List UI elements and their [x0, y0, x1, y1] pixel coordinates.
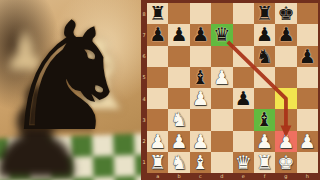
square-h3: [297, 109, 318, 130]
square-e3: [233, 109, 254, 130]
square-e4: ♟: [233, 88, 254, 109]
square-h4: [297, 88, 318, 109]
piece-wK-g1: ♚: [277, 153, 294, 172]
square-h6: ♟: [297, 46, 318, 67]
file-label-c: c: [190, 173, 211, 180]
video-thumbnail: ♟ ♝ ♟ ♞ ♜♜♚♟♟♟♛♟♟♞♟♝♟♟♟♞♝♟♟♟♟♟♟♜♞♝♛♜♚ 87…: [0, 0, 320, 180]
square-a5: [147, 67, 168, 88]
piece-bP-g7: ♟: [277, 25, 294, 44]
square-h8: [297, 3, 318, 24]
square-f1: ♜: [254, 152, 275, 173]
square-d2: [211, 131, 232, 152]
square-d8: [211, 3, 232, 24]
square-g3: [275, 109, 296, 130]
square-g6: [275, 46, 296, 67]
square-a6: [147, 46, 168, 67]
square-a7: ♟: [147, 24, 168, 45]
square-a1: ♜: [147, 152, 168, 173]
square-b5: [168, 67, 189, 88]
square-e2: [233, 131, 254, 152]
rank-label-1: 1: [141, 159, 147, 165]
piece-bP-c7: ♟: [192, 25, 209, 44]
file-label-g: g: [275, 173, 296, 180]
square-f3: ♝: [254, 109, 275, 130]
piece-bK-g8: ♚: [277, 4, 294, 23]
square-h2: ♟: [297, 131, 318, 152]
square-d1: [211, 152, 232, 173]
square-a4: [147, 88, 168, 109]
square-b4: [168, 88, 189, 109]
piece-wN-b3: ♞: [171, 110, 188, 129]
piece-wN-b1: ♞: [171, 153, 188, 172]
piece-bR-a8: ♜: [149, 4, 166, 23]
square-c5: ♝: [190, 67, 211, 88]
piece-wP-g2: ♟: [277, 132, 294, 151]
piece-wP-a2: ♟: [149, 132, 166, 151]
square-f7: ♟: [254, 24, 275, 45]
square-d3: [211, 109, 232, 130]
piece-wB-c1: ♝: [192, 153, 209, 172]
square-b1: ♞: [168, 152, 189, 173]
square-b8: [168, 3, 189, 24]
square-a3: [147, 109, 168, 130]
square-e6: [233, 46, 254, 67]
piece-wP-h2: ♟: [299, 132, 316, 151]
piece-bP-h6: ♟: [299, 47, 316, 66]
rank-label-8: 8: [141, 11, 147, 17]
square-e8: [233, 3, 254, 24]
square-c3: [190, 109, 211, 130]
piece-bP-a7: ♟: [149, 25, 166, 44]
piece-bB-f3: ♝: [256, 110, 273, 129]
file-label-d: d: [211, 173, 232, 180]
square-a8: ♜: [147, 3, 168, 24]
square-h1: [297, 152, 318, 173]
square-h5: [297, 67, 318, 88]
piece-wP-d5: ♟: [213, 68, 230, 87]
rank-label-2: 2: [141, 138, 147, 144]
piece-wP-b2: ♟: [171, 132, 188, 151]
square-f8: ♜: [254, 3, 275, 24]
square-g2: ♟: [275, 131, 296, 152]
piece-bP-e4: ♟: [235, 89, 252, 108]
board-grid: ♜♜♚♟♟♟♛♟♟♞♟♝♟♟♟♞♝♟♟♟♟♟♟♜♞♝♛♜♚: [147, 3, 318, 173]
square-c2: ♟: [190, 131, 211, 152]
rank-label-5: 5: [141, 74, 147, 80]
rank-label-7: 7: [141, 32, 147, 38]
piece-bB-c5: ♝: [192, 68, 209, 87]
square-f4: [254, 88, 275, 109]
square-g5: [275, 67, 296, 88]
rank-label-4: 4: [141, 96, 147, 102]
file-label-b: b: [168, 173, 189, 180]
square-f6: ♞: [254, 46, 275, 67]
square-f5: [254, 67, 275, 88]
file-labels: abcdefgh: [147, 173, 318, 180]
square-c6: [190, 46, 211, 67]
piece-bQ-d7: ♛: [213, 25, 230, 44]
square-b3: ♞: [168, 109, 189, 130]
square-a2: ♟: [147, 131, 168, 152]
rank-label-6: 6: [141, 53, 147, 59]
piece-bP-b7: ♟: [171, 25, 188, 44]
file-label-a: a: [147, 173, 168, 180]
piece-bP-f7: ♟: [256, 25, 273, 44]
square-f2: ♟: [254, 131, 275, 152]
piece-wR-a1: ♜: [149, 153, 166, 172]
square-g4: [275, 88, 296, 109]
square-b6: [168, 46, 189, 67]
square-c7: ♟: [190, 24, 211, 45]
file-label-e: e: [233, 173, 254, 180]
square-e7: [233, 24, 254, 45]
photo-left: ♟ ♝ ♟ ♞: [0, 0, 141, 180]
file-label-h: h: [297, 173, 318, 180]
file-label-f: f: [254, 173, 275, 180]
piece-wQ-e1: ♛: [235, 153, 252, 172]
square-e1: ♛: [233, 152, 254, 173]
square-g7: ♟: [275, 24, 296, 45]
piece-wP-c4: ♟: [192, 89, 209, 108]
square-d7: ♛: [211, 24, 232, 45]
piece-bR-f8: ♜: [256, 4, 273, 23]
black-knight-photo-icon: ♞: [6, 0, 134, 158]
chess-board: ♜♜♚♟♟♟♛♟♟♞♟♝♟♟♟♞♝♟♟♟♟♟♟♜♞♝♛♜♚ 87654321 a…: [141, 0, 320, 180]
square-g1: ♚: [275, 152, 296, 173]
square-c1: ♝: [190, 152, 211, 173]
square-d4: [211, 88, 232, 109]
square-b7: ♟: [168, 24, 189, 45]
square-b2: ♟: [168, 131, 189, 152]
square-d6: [211, 46, 232, 67]
rank-label-3: 3: [141, 117, 147, 123]
piece-wP-c2: ♟: [192, 132, 209, 151]
square-d5: ♟: [211, 67, 232, 88]
square-g8: ♚: [275, 3, 296, 24]
square-e5: [233, 67, 254, 88]
square-h7: [297, 24, 318, 45]
square-c4: ♟: [190, 88, 211, 109]
piece-wR-f1: ♜: [256, 153, 273, 172]
piece-wP-f2: ♟: [256, 132, 273, 151]
square-c8: [190, 3, 211, 24]
piece-bN-f6: ♞: [256, 47, 273, 66]
